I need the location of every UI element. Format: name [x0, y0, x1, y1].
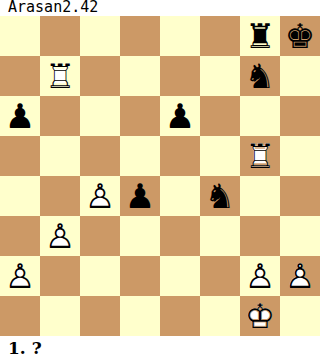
square-c7[interactable]	[80, 56, 120, 96]
square-h6[interactable]	[280, 96, 320, 136]
piece-outline-layer: ♙	[80, 176, 120, 216]
square-g2[interactable]: ♟♙	[240, 256, 280, 296]
piece-black-rook[interactable]: ♜	[240, 16, 280, 56]
square-g7[interactable]: ♞	[240, 56, 280, 96]
square-d6[interactable]	[120, 96, 160, 136]
square-c6[interactable]	[80, 96, 120, 136]
square-b7[interactable]: ♜♖	[40, 56, 80, 96]
piece-white-pawn[interactable]: ♟♙	[0, 256, 40, 296]
square-e7[interactable]	[160, 56, 200, 96]
square-h1[interactable]	[280, 296, 320, 336]
piece-outline-layer: ♙	[40, 216, 80, 256]
square-b4[interactable]	[40, 176, 80, 216]
square-b1[interactable]	[40, 296, 80, 336]
piece-white-king[interactable]: ♚♔	[240, 296, 280, 336]
square-e8[interactable]	[160, 16, 200, 56]
square-f5[interactable]	[200, 136, 240, 176]
square-g3[interactable]	[240, 216, 280, 256]
piece-outline-layer: ♙	[240, 256, 280, 296]
piece-black-knight[interactable]: ♞	[200, 176, 240, 216]
square-f4[interactable]: ♞	[200, 176, 240, 216]
square-h7[interactable]	[280, 56, 320, 96]
square-b3[interactable]: ♟♙	[40, 216, 80, 256]
square-f1[interactable]	[200, 296, 240, 336]
square-c5[interactable]	[80, 136, 120, 176]
square-a1[interactable]	[0, 296, 40, 336]
chess-diagram-window: Arasan2.42 ♜♚♜♖♞♟♟♜♖♟♙♟♞♟♙♟♙♟♙♟♙♚♔ 1. ?	[0, 0, 320, 360]
square-c3[interactable]	[80, 216, 120, 256]
square-f7[interactable]	[200, 56, 240, 96]
square-a5[interactable]	[0, 136, 40, 176]
square-a4[interactable]	[0, 176, 40, 216]
square-d4[interactable]: ♟	[120, 176, 160, 216]
square-f8[interactable]	[200, 16, 240, 56]
square-f3[interactable]	[200, 216, 240, 256]
square-g8[interactable]: ♜	[240, 16, 280, 56]
piece-white-rook[interactable]: ♜♖	[240, 136, 280, 176]
piece-outline-layer: ♙	[280, 256, 320, 296]
chess-board: ♜♚♜♖♞♟♟♜♖♟♙♟♞♟♙♟♙♟♙♟♙♚♔	[0, 16, 320, 336]
square-b2[interactable]	[40, 256, 80, 296]
square-a3[interactable]	[0, 216, 40, 256]
square-g1[interactable]: ♚♔	[240, 296, 280, 336]
piece-white-pawn[interactable]: ♟♙	[40, 216, 80, 256]
square-h4[interactable]	[280, 176, 320, 216]
square-h5[interactable]	[280, 136, 320, 176]
square-d7[interactable]	[120, 56, 160, 96]
square-e5[interactable]	[160, 136, 200, 176]
square-a7[interactable]	[0, 56, 40, 96]
square-g6[interactable]	[240, 96, 280, 136]
piece-black-pawn[interactable]: ♟	[160, 96, 200, 136]
square-d8[interactable]	[120, 16, 160, 56]
piece-outline-layer: ♖	[240, 136, 280, 176]
square-d3[interactable]	[120, 216, 160, 256]
piece-outline-layer: ♔	[240, 296, 280, 336]
square-e4[interactable]	[160, 176, 200, 216]
piece-black-king[interactable]: ♚	[280, 16, 320, 56]
square-d5[interactable]	[120, 136, 160, 176]
piece-outline-layer: ♖	[40, 56, 80, 96]
square-e1[interactable]	[160, 296, 200, 336]
move-prompt: 1. ?	[0, 336, 320, 360]
square-h3[interactable]	[280, 216, 320, 256]
piece-outline-layer: ♙	[0, 256, 40, 296]
square-a8[interactable]	[0, 16, 40, 56]
square-c1[interactable]	[80, 296, 120, 336]
piece-white-pawn[interactable]: ♟♙	[280, 256, 320, 296]
square-c4[interactable]: ♟♙	[80, 176, 120, 216]
piece-black-pawn[interactable]: ♟	[120, 176, 160, 216]
square-e2[interactable]	[160, 256, 200, 296]
square-b5[interactable]	[40, 136, 80, 176]
square-b8[interactable]	[40, 16, 80, 56]
square-h8[interactable]: ♚	[280, 16, 320, 56]
square-c8[interactable]	[80, 16, 120, 56]
square-g5[interactable]: ♜♖	[240, 136, 280, 176]
engine-title: Arasan2.42	[0, 0, 320, 16]
piece-white-pawn[interactable]: ♟♙	[80, 176, 120, 216]
piece-white-rook[interactable]: ♜♖	[40, 56, 80, 96]
square-a6[interactable]: ♟	[0, 96, 40, 136]
piece-black-knight[interactable]: ♞	[240, 56, 280, 96]
square-b6[interactable]	[40, 96, 80, 136]
square-g4[interactable]	[240, 176, 280, 216]
piece-black-pawn[interactable]: ♟	[0, 96, 40, 136]
square-c2[interactable]	[80, 256, 120, 296]
square-e3[interactable]	[160, 216, 200, 256]
square-f2[interactable]	[200, 256, 240, 296]
square-h2[interactable]: ♟♙	[280, 256, 320, 296]
square-d2[interactable]	[120, 256, 160, 296]
square-d1[interactable]	[120, 296, 160, 336]
square-a2[interactable]: ♟♙	[0, 256, 40, 296]
square-e6[interactable]: ♟	[160, 96, 200, 136]
piece-white-pawn[interactable]: ♟♙	[240, 256, 280, 296]
square-f6[interactable]	[200, 96, 240, 136]
